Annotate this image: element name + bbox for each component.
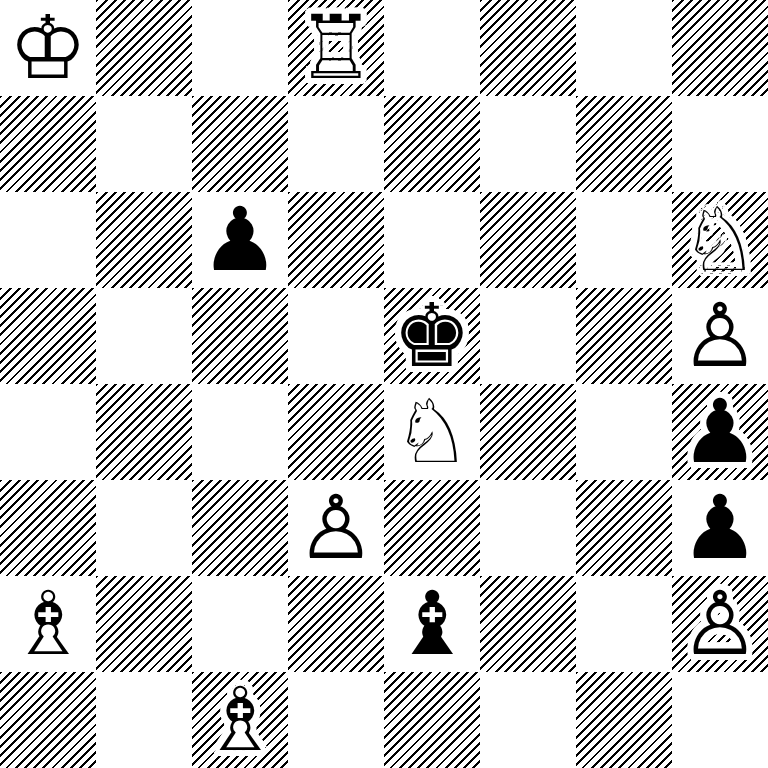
square-b5[interactable] <box>96 288 192 384</box>
square-g8[interactable] <box>576 0 672 96</box>
square-h7[interactable] <box>672 96 768 192</box>
square-d3[interactable]: ♙ <box>288 480 384 576</box>
white-rook[interactable]: ♖ <box>297 0 376 96</box>
square-c4[interactable] <box>192 384 288 480</box>
square-b6[interactable] <box>96 192 192 288</box>
square-f3[interactable] <box>480 480 576 576</box>
square-c7[interactable] <box>192 96 288 192</box>
square-h8[interactable] <box>672 0 768 96</box>
white-knight[interactable]: ♘ <box>681 192 760 288</box>
black-pawn[interactable]: ♟ <box>681 384 760 480</box>
black-pawn[interactable]: ♟ <box>681 480 760 576</box>
black-bishop[interactable]: ♝ <box>393 576 472 672</box>
square-c2[interactable] <box>192 576 288 672</box>
square-h5[interactable]: ♙ <box>672 288 768 384</box>
square-g2[interactable] <box>576 576 672 672</box>
square-c1[interactable]: ♗ <box>192 672 288 768</box>
square-b8[interactable] <box>96 0 192 96</box>
white-king[interactable]: ♔ <box>9 0 88 96</box>
square-f2[interactable] <box>480 576 576 672</box>
square-f4[interactable] <box>480 384 576 480</box>
square-e5[interactable]: ♚ <box>384 288 480 384</box>
square-a1[interactable] <box>0 672 96 768</box>
square-a4[interactable] <box>0 384 96 480</box>
square-e6[interactable] <box>384 192 480 288</box>
square-a8[interactable]: ♔ <box>0 0 96 96</box>
square-d8[interactable]: ♖ <box>288 0 384 96</box>
square-h6[interactable]: ♘ <box>672 192 768 288</box>
square-c5[interactable] <box>192 288 288 384</box>
square-b4[interactable] <box>96 384 192 480</box>
square-d1[interactable] <box>288 672 384 768</box>
square-f6[interactable] <box>480 192 576 288</box>
square-e7[interactable] <box>384 96 480 192</box>
square-e4[interactable]: ♘ <box>384 384 480 480</box>
square-h4[interactable]: ♟ <box>672 384 768 480</box>
square-d2[interactable] <box>288 576 384 672</box>
square-e2[interactable]: ♝ <box>384 576 480 672</box>
square-g3[interactable] <box>576 480 672 576</box>
square-d7[interactable] <box>288 96 384 192</box>
square-b2[interactable] <box>96 576 192 672</box>
square-d5[interactable] <box>288 288 384 384</box>
square-a3[interactable] <box>0 480 96 576</box>
square-g5[interactable] <box>576 288 672 384</box>
square-a2[interactable]: ♗ <box>0 576 96 672</box>
square-d4[interactable] <box>288 384 384 480</box>
white-knight[interactable]: ♘ <box>393 384 472 480</box>
square-h1[interactable] <box>672 672 768 768</box>
square-b1[interactable] <box>96 672 192 768</box>
square-a7[interactable] <box>0 96 96 192</box>
square-g6[interactable] <box>576 192 672 288</box>
square-f8[interactable] <box>480 0 576 96</box>
square-e8[interactable] <box>384 0 480 96</box>
square-g4[interactable] <box>576 384 672 480</box>
square-a6[interactable] <box>0 192 96 288</box>
black-pawn[interactable]: ♟ <box>201 192 280 288</box>
black-king[interactable]: ♚ <box>393 288 472 384</box>
square-a5[interactable] <box>0 288 96 384</box>
square-h2[interactable]: ♙ <box>672 576 768 672</box>
square-b7[interactable] <box>96 96 192 192</box>
square-c8[interactable] <box>192 0 288 96</box>
square-c3[interactable] <box>192 480 288 576</box>
square-c6[interactable]: ♟ <box>192 192 288 288</box>
square-g1[interactable] <box>576 672 672 768</box>
chess-board: ♔♖♟♘♚♙♘♟♙♟♗♝♙♗ <box>0 0 768 768</box>
white-pawn[interactable]: ♙ <box>681 576 760 672</box>
white-pawn[interactable]: ♙ <box>297 480 376 576</box>
square-g7[interactable] <box>576 96 672 192</box>
white-pawn[interactable]: ♙ <box>681 288 760 384</box>
white-bishop[interactable]: ♗ <box>9 576 88 672</box>
square-f5[interactable] <box>480 288 576 384</box>
square-f7[interactable] <box>480 96 576 192</box>
square-h3[interactable]: ♟ <box>672 480 768 576</box>
square-d6[interactable] <box>288 192 384 288</box>
square-b3[interactable] <box>96 480 192 576</box>
square-e1[interactable] <box>384 672 480 768</box>
square-f1[interactable] <box>480 672 576 768</box>
square-e3[interactable] <box>384 480 480 576</box>
white-bishop[interactable]: ♗ <box>201 672 280 768</box>
